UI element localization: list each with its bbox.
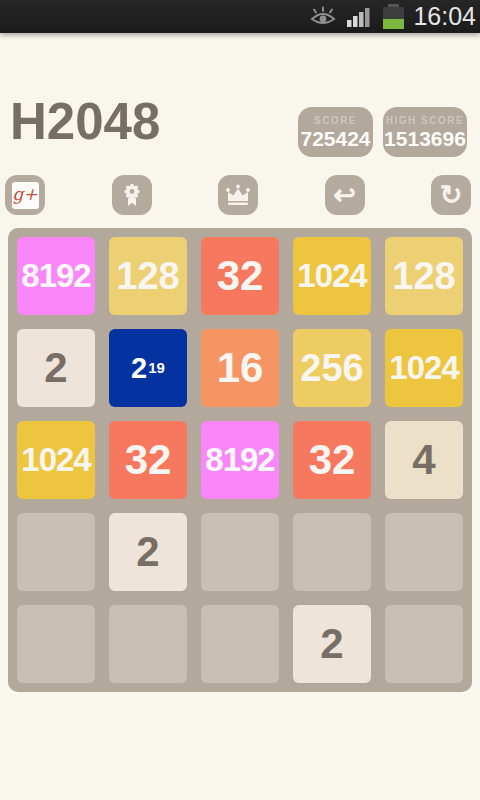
empty-cell — [201, 605, 279, 683]
empty-cell — [17, 605, 95, 683]
empty-cell — [293, 513, 371, 591]
tile-8192: 8192 — [201, 421, 279, 499]
high-score-label: HIGH SCORE — [386, 115, 464, 127]
tile-2: 2 — [293, 605, 371, 683]
tile-256: 256 — [293, 329, 371, 407]
app-screen: 16:04 H2048 SCORE 725424 HIGH SCORE 1513… — [0, 0, 480, 800]
undo-button[interactable]: ↩ — [325, 175, 365, 215]
empty-cell — [201, 513, 279, 591]
page-title: H2048 — [10, 92, 160, 151]
empty-cell — [109, 605, 187, 683]
crown-icon — [224, 182, 252, 208]
empty-cell — [17, 513, 95, 591]
google-plus-icon: g+ — [12, 182, 39, 209]
high-score-box: HIGH SCORE 1513696 — [383, 107, 467, 157]
signal-strength-icon — [347, 7, 374, 27]
tile-2: 2 — [17, 329, 95, 407]
tile-2: 2 — [109, 513, 187, 591]
tile-32: 32 — [293, 421, 371, 499]
board-grid[interactable]: 8192128321024128221916256102410243281923… — [8, 228, 472, 692]
tile-4: 4 — [385, 421, 463, 499]
status-bar: 16:04 — [0, 0, 480, 33]
medal-icon — [119, 182, 145, 208]
empty-cell — [385, 605, 463, 683]
battery-icon — [383, 4, 404, 29]
tile-32: 32 — [201, 237, 279, 315]
status-time: 16:04 — [413, 4, 476, 29]
score-label: SCORE — [314, 115, 357, 127]
leaderboard-button[interactable] — [218, 175, 258, 215]
tile-524288: 219 — [109, 329, 187, 407]
tile-128: 128 — [385, 237, 463, 315]
score-value: 725424 — [300, 127, 370, 151]
smart-stay-eye-icon — [308, 6, 338, 28]
tile-1024: 1024 — [385, 329, 463, 407]
toolbar: g+ — [0, 175, 480, 215]
tile-16: 16 — [201, 329, 279, 407]
tile-128: 128 — [109, 237, 187, 315]
tile-1024: 1024 — [17, 421, 95, 499]
achievements-button[interactable] — [112, 175, 152, 215]
tile-1024: 1024 — [293, 237, 371, 315]
score-box: SCORE 725424 — [298, 107, 373, 157]
restart-button[interactable]: ↻ — [431, 175, 471, 215]
empty-cell — [385, 513, 463, 591]
high-score-value: 1513696 — [384, 127, 466, 151]
tile-8192: 8192 — [17, 237, 95, 315]
undo-icon: ↩ — [333, 182, 356, 209]
tile-32: 32 — [109, 421, 187, 499]
restart-icon: ↻ — [440, 182, 463, 209]
google-plus-button[interactable]: g+ — [5, 175, 45, 215]
